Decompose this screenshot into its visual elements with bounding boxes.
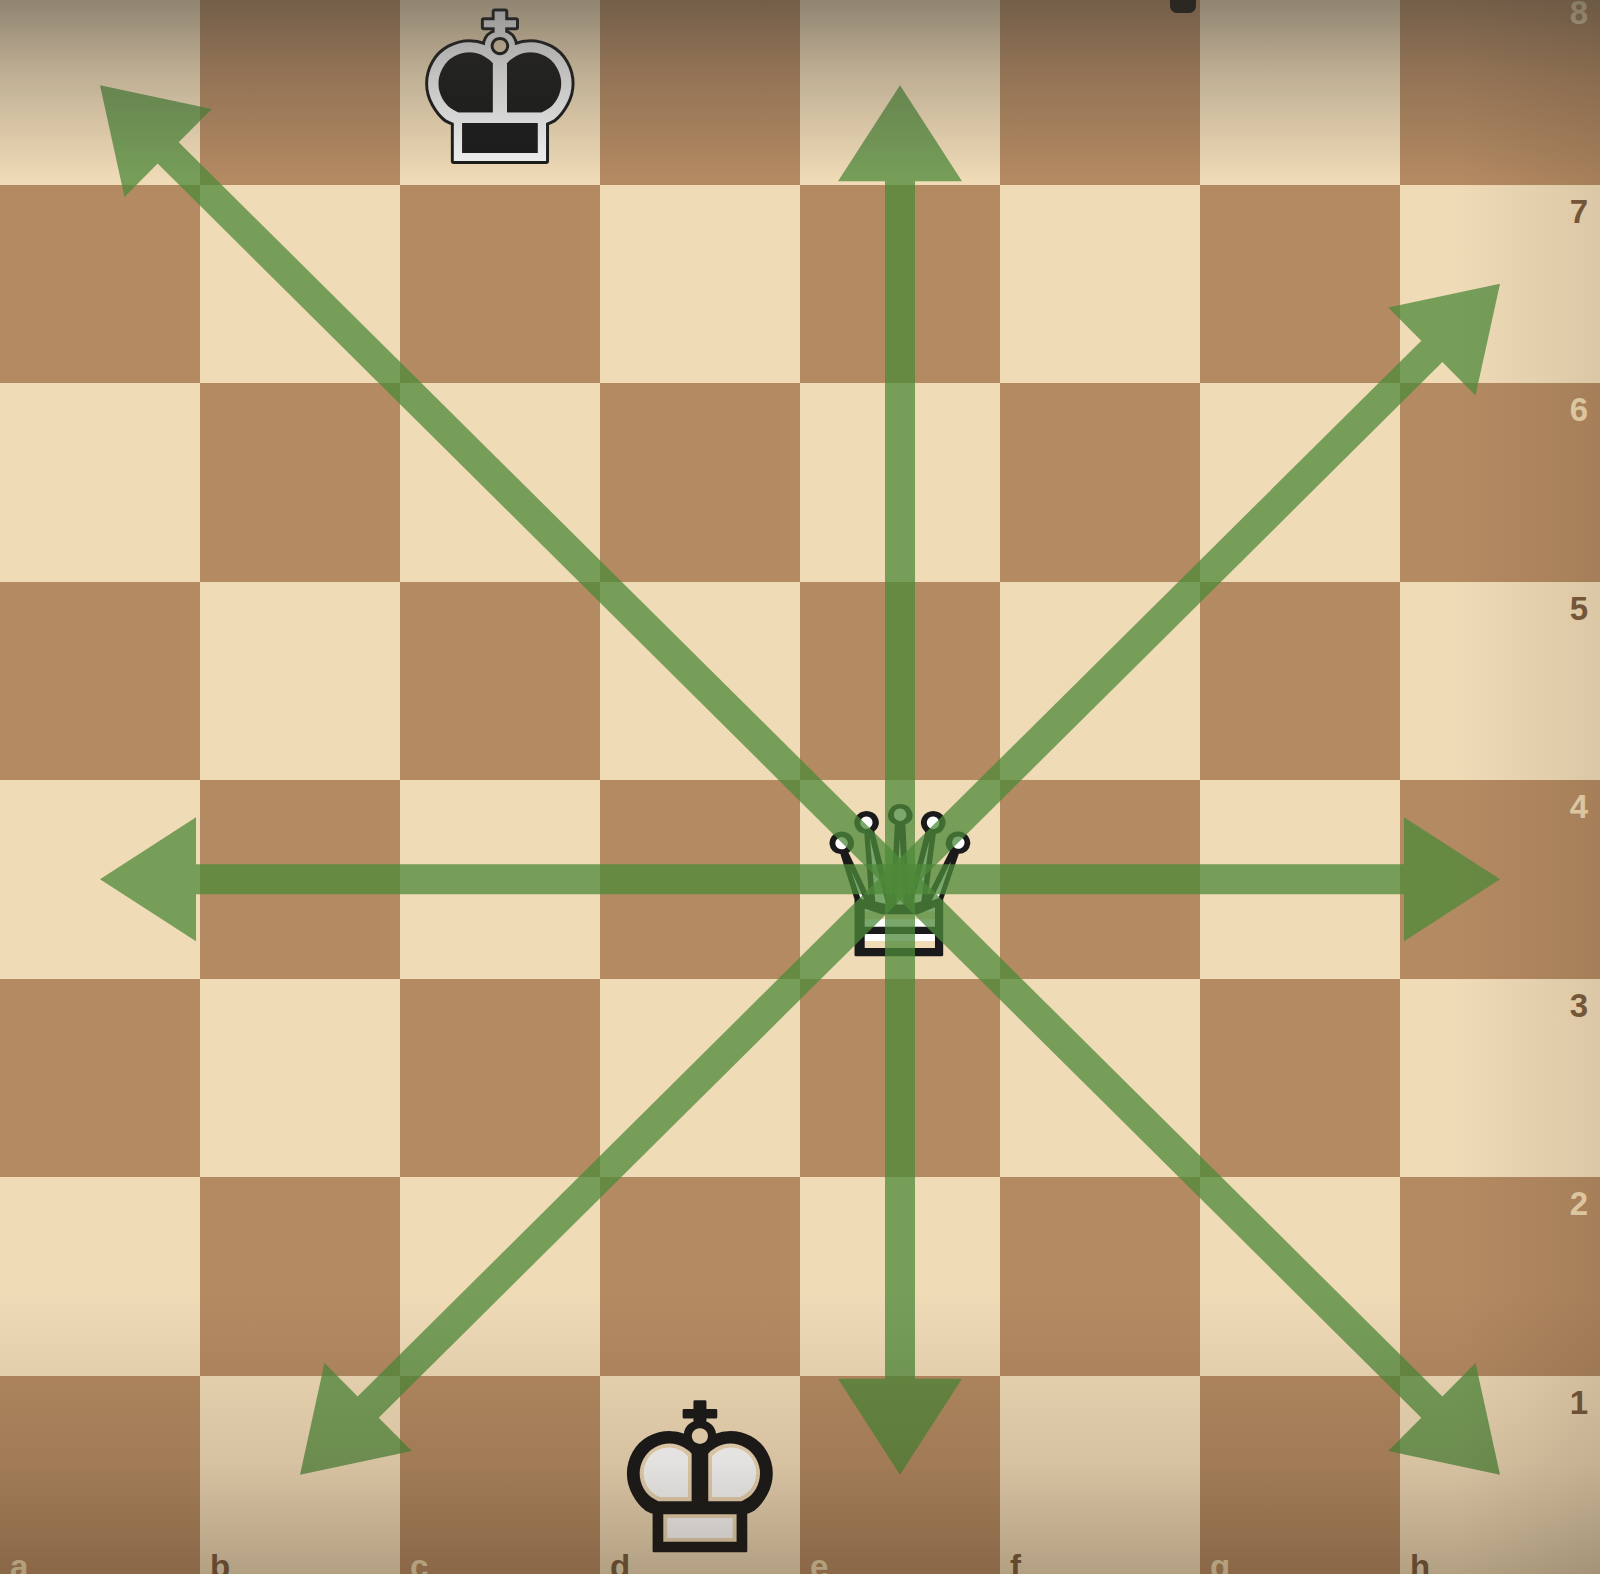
pieces-and-arrows-layer: ♚♔♛♕♚♔	[0, 0, 1600, 1574]
move-arrow-e4-b1	[300, 869, 911, 1475]
move-arrow-e4-h1	[889, 869, 1500, 1475]
move-arrow-e4-h7	[889, 284, 1500, 890]
white-king[interactable]: ♚♔	[608, 1361, 792, 1574]
chess-board: 87654321abcdefgh ♚♔♛♕♚♔	[0, 0, 1600, 1574]
ui-artifact	[1170, 0, 1196, 13]
chess-diagram: 87654321abcdefgh ♚♔♛♕♚♔	[0, 0, 1600, 1574]
move-arrow-e4-e8	[838, 85, 962, 879]
svg-text:♔: ♔	[608, 1361, 792, 1574]
svg-text:♔: ♔	[408, 0, 592, 209]
black-king[interactable]: ♚♔	[408, 0, 592, 209]
move-arrow-e4-a4	[100, 817, 900, 941]
